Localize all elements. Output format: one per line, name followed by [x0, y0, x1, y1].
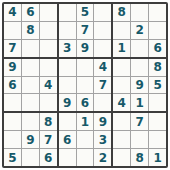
box-4: 964 — [4, 59, 57, 112]
cell-r4c3[interactable] — [40, 59, 57, 76]
cell-r2c9[interactable] — [149, 22, 166, 39]
cell-r7c8[interactable]: 7 — [131, 113, 148, 130]
cell-r2c5[interactable]: 7 — [77, 22, 94, 39]
box-1: 4687 — [4, 4, 57, 57]
cell-r8c5[interactable] — [77, 131, 94, 148]
cell-r8c3[interactable]: 7 — [40, 131, 57, 148]
cell-r9c3[interactable]: 6 — [40, 149, 57, 166]
cell-r7c3[interactable]: 8 — [40, 113, 57, 130]
cell-r7c5[interactable]: 1 — [77, 113, 94, 130]
cell-r6c3[interactable] — [40, 94, 57, 111]
cell-r7c6[interactable]: 9 — [94, 113, 111, 130]
cell-r6c5[interactable]: 6 — [77, 94, 94, 111]
cell-r4c9[interactable]: 8 — [149, 59, 166, 76]
cell-r4c1[interactable]: 9 — [4, 59, 21, 76]
cell-r1c1[interactable]: 4 — [4, 4, 21, 21]
cell-r3c9[interactable]: 6 — [149, 40, 166, 57]
cell-r5c5[interactable] — [77, 77, 94, 94]
cell-r9c6[interactable]: 2 — [94, 149, 111, 166]
cell-r2c2[interactable]: 8 — [22, 22, 39, 39]
cell-r6c2[interactable] — [22, 94, 39, 111]
cell-r9c2[interactable] — [22, 149, 39, 166]
cell-r4c4[interactable] — [59, 59, 76, 76]
sudoku-board: 4687573982169644796895418975619632781 — [2, 2, 168, 168]
cell-r1c8[interactable] — [131, 4, 148, 21]
cell-r8c4[interactable]: 6 — [59, 131, 76, 148]
cell-r5c6[interactable]: 7 — [94, 77, 111, 94]
cell-r3c4[interactable]: 3 — [59, 40, 76, 57]
cell-r4c8[interactable] — [131, 59, 148, 76]
cell-r1c5[interactable]: 5 — [77, 4, 94, 21]
cell-r2c6[interactable] — [94, 22, 111, 39]
cell-r1c2[interactable]: 6 — [22, 4, 39, 21]
box-7: 89756 — [4, 113, 57, 166]
cell-r3c2[interactable] — [22, 40, 39, 57]
cell-r4c2[interactable] — [22, 59, 39, 76]
cell-r7c1[interactable] — [4, 113, 21, 130]
cell-r9c1[interactable]: 5 — [4, 149, 21, 166]
cell-r3c5[interactable]: 9 — [77, 40, 94, 57]
cell-r5c8[interactable]: 9 — [131, 77, 148, 94]
box-5: 4796 — [59, 59, 112, 112]
cell-r4c5[interactable] — [77, 59, 94, 76]
cell-r5c1[interactable]: 6 — [4, 77, 21, 94]
cell-r4c7[interactable] — [113, 59, 130, 76]
cell-r5c4[interactable] — [59, 77, 76, 94]
cell-r3c6[interactable] — [94, 40, 111, 57]
cell-r9c8[interactable]: 8 — [131, 149, 148, 166]
cell-r6c8[interactable]: 1 — [131, 94, 148, 111]
cell-r8c9[interactable] — [149, 131, 166, 148]
cell-r2c8[interactable]: 2 — [131, 22, 148, 39]
cell-r8c6[interactable]: 3 — [94, 131, 111, 148]
cell-r7c4[interactable] — [59, 113, 76, 130]
cell-r4c6[interactable]: 4 — [94, 59, 111, 76]
cell-r5c9[interactable]: 5 — [149, 77, 166, 94]
box-6: 89541 — [113, 59, 166, 112]
cell-r9c5[interactable] — [77, 149, 94, 166]
cell-r3c8[interactable] — [131, 40, 148, 57]
cell-r6c9[interactable] — [149, 94, 166, 111]
cell-r1c7[interactable]: 8 — [113, 4, 130, 21]
cell-r9c9[interactable]: 1 — [149, 149, 166, 166]
cell-r5c3[interactable]: 4 — [40, 77, 57, 94]
cell-r5c2[interactable] — [22, 77, 39, 94]
cell-r8c8[interactable] — [131, 131, 148, 148]
cell-r8c2[interactable]: 9 — [22, 131, 39, 148]
cell-r3c7[interactable]: 1 — [113, 40, 130, 57]
cell-r2c7[interactable] — [113, 22, 130, 39]
cell-r7c7[interactable] — [113, 113, 130, 130]
cell-r3c3[interactable] — [40, 40, 57, 57]
cell-r1c6[interactable] — [94, 4, 111, 21]
box-3: 8216 — [113, 4, 166, 57]
cell-r5c7[interactable] — [113, 77, 130, 94]
cell-r9c4[interactable] — [59, 149, 76, 166]
box-9: 781 — [113, 113, 166, 166]
cell-r1c3[interactable] — [40, 4, 57, 21]
sudoku-page: 4687573982169644796895418975619632781 — [0, 0, 170, 170]
cell-r6c1[interactable] — [4, 94, 21, 111]
cell-r6c4[interactable]: 9 — [59, 94, 76, 111]
cell-r6c6[interactable] — [94, 94, 111, 111]
cell-r7c9[interactable] — [149, 113, 166, 130]
cell-r9c7[interactable] — [113, 149, 130, 166]
cell-r3c1[interactable]: 7 — [4, 40, 21, 57]
box-2: 5739 — [59, 4, 112, 57]
cell-r1c9[interactable] — [149, 4, 166, 21]
cell-r2c4[interactable] — [59, 22, 76, 39]
cell-r8c7[interactable] — [113, 131, 130, 148]
cell-r1c4[interactable] — [59, 4, 76, 21]
cell-r2c3[interactable] — [40, 22, 57, 39]
cell-r8c1[interactable] — [4, 131, 21, 148]
cell-r6c7[interactable]: 4 — [113, 94, 130, 111]
box-8: 19632 — [59, 113, 112, 166]
cell-r7c2[interactable] — [22, 113, 39, 130]
cell-r2c1[interactable] — [4, 22, 21, 39]
